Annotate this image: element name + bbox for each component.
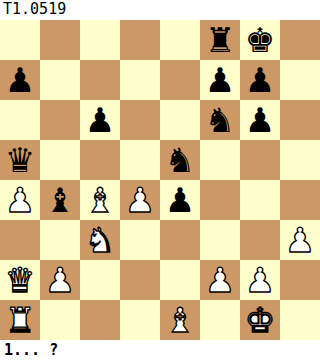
square-c6[interactable]: ♟ <box>80 100 120 140</box>
square-h1[interactable] <box>280 300 320 340</box>
square-d6[interactable] <box>120 100 160 140</box>
black-pawn: ♟ <box>0 60 40 100</box>
white-rook: ♜ <box>0 300 40 340</box>
white-queen: ♛ <box>0 260 40 300</box>
square-h8[interactable] <box>280 20 320 60</box>
black-pawn: ♟ <box>80 100 120 140</box>
square-c5[interactable] <box>80 140 120 180</box>
black-pawn: ♟ <box>240 100 280 140</box>
square-h6[interactable] <box>280 100 320 140</box>
square-c2[interactable] <box>80 260 120 300</box>
square-e6[interactable] <box>160 100 200 140</box>
square-c4[interactable]: ♝ <box>80 180 120 220</box>
square-d1[interactable] <box>120 300 160 340</box>
chess-puzzle-window: T1.0519 ♜♚♟♟♟♟♞♟♛♞♟♝♝♟♟♞♟♛♟♟♟♜♝♚ 1... ? <box>0 0 320 360</box>
square-g2[interactable]: ♟ <box>240 260 280 300</box>
square-d4[interactable]: ♟ <box>120 180 160 220</box>
square-e2[interactable] <box>160 260 200 300</box>
square-d5[interactable] <box>120 140 160 180</box>
square-g3[interactable] <box>240 220 280 260</box>
square-e1[interactable]: ♝ <box>160 300 200 340</box>
white-pawn: ♟ <box>240 260 280 300</box>
move-prompt: 1... ? <box>0 340 320 360</box>
white-knight: ♞ <box>80 220 120 260</box>
black-pawn: ♟ <box>240 60 280 100</box>
square-b8[interactable] <box>40 20 80 60</box>
square-h2[interactable] <box>280 260 320 300</box>
square-e3[interactable] <box>160 220 200 260</box>
white-pawn: ♟ <box>0 180 40 220</box>
square-h3[interactable]: ♟ <box>280 220 320 260</box>
square-h7[interactable] <box>280 60 320 100</box>
black-king: ♚ <box>240 20 280 60</box>
square-b4[interactable]: ♝ <box>40 180 80 220</box>
square-e8[interactable] <box>160 20 200 60</box>
square-g4[interactable] <box>240 180 280 220</box>
white-bishop: ♝ <box>160 300 200 340</box>
white-pawn: ♟ <box>200 260 240 300</box>
square-b2[interactable]: ♟ <box>40 260 80 300</box>
puzzle-title: T1.0519 <box>0 0 320 20</box>
square-a6[interactable] <box>0 100 40 140</box>
square-c3[interactable]: ♞ <box>80 220 120 260</box>
black-knight: ♞ <box>200 100 240 140</box>
square-c8[interactable] <box>80 20 120 60</box>
black-pawn: ♟ <box>160 180 200 220</box>
square-d7[interactable] <box>120 60 160 100</box>
square-f1[interactable] <box>200 300 240 340</box>
square-c1[interactable] <box>80 300 120 340</box>
square-a4[interactable]: ♟ <box>0 180 40 220</box>
square-g5[interactable] <box>240 140 280 180</box>
square-g7[interactable]: ♟ <box>240 60 280 100</box>
square-b5[interactable] <box>40 140 80 180</box>
square-e4[interactable]: ♟ <box>160 180 200 220</box>
square-e5[interactable]: ♞ <box>160 140 200 180</box>
square-e7[interactable] <box>160 60 200 100</box>
white-king: ♚ <box>240 300 280 340</box>
white-pawn: ♟ <box>280 220 320 260</box>
square-a2[interactable]: ♛ <box>0 260 40 300</box>
square-a3[interactable] <box>0 220 40 260</box>
square-g1[interactable]: ♚ <box>240 300 280 340</box>
square-a7[interactable]: ♟ <box>0 60 40 100</box>
square-c7[interactable] <box>80 60 120 100</box>
square-a8[interactable] <box>0 20 40 60</box>
square-f5[interactable] <box>200 140 240 180</box>
chess-board: ♜♚♟♟♟♟♞♟♛♞♟♝♝♟♟♞♟♛♟♟♟♜♝♚ <box>0 20 320 340</box>
white-bishop: ♝ <box>80 180 120 220</box>
black-rook: ♜ <box>200 20 240 60</box>
square-b7[interactable] <box>40 60 80 100</box>
square-b3[interactable] <box>40 220 80 260</box>
white-pawn: ♟ <box>40 260 80 300</box>
square-b1[interactable] <box>40 300 80 340</box>
square-f8[interactable]: ♜ <box>200 20 240 60</box>
square-d8[interactable] <box>120 20 160 60</box>
square-g6[interactable]: ♟ <box>240 100 280 140</box>
square-f6[interactable]: ♞ <box>200 100 240 140</box>
square-a5[interactable]: ♛ <box>0 140 40 180</box>
black-bishop: ♝ <box>40 180 80 220</box>
square-g8[interactable]: ♚ <box>240 20 280 60</box>
square-b6[interactable] <box>40 100 80 140</box>
black-queen: ♛ <box>0 140 40 180</box>
square-a1[interactable]: ♜ <box>0 300 40 340</box>
square-f3[interactable] <box>200 220 240 260</box>
square-d3[interactable] <box>120 220 160 260</box>
square-h4[interactable] <box>280 180 320 220</box>
black-pawn: ♟ <box>200 60 240 100</box>
square-d2[interactable] <box>120 260 160 300</box>
square-f2[interactable]: ♟ <box>200 260 240 300</box>
square-f4[interactable] <box>200 180 240 220</box>
square-f7[interactable]: ♟ <box>200 60 240 100</box>
white-pawn: ♟ <box>120 180 160 220</box>
square-h5[interactable] <box>280 140 320 180</box>
black-knight: ♞ <box>160 140 200 180</box>
